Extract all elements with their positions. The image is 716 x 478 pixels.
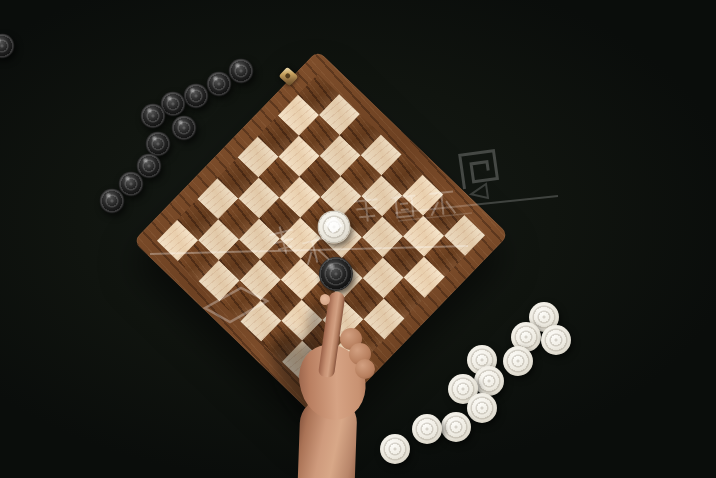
white-checker[interactable]: [474, 366, 504, 396]
fingernail: [320, 294, 330, 305]
black-checker[interactable]: [141, 104, 166, 129]
white-checker[interactable]: [503, 346, 533, 376]
black-checker[interactable]: [0, 34, 15, 59]
white-checker[interactable]: [541, 325, 571, 355]
black-checker[interactable]: [119, 172, 144, 197]
white-checker[interactable]: [318, 211, 351, 244]
black-checker[interactable]: [100, 189, 125, 214]
white-checker[interactable]: [441, 412, 471, 442]
folded-finger: [355, 359, 375, 379]
black-checker[interactable]: [172, 116, 197, 141]
white-checker[interactable]: [467, 393, 497, 423]
black-checker[interactable]: [184, 84, 209, 109]
white-checker[interactable]: [380, 434, 410, 464]
photo-canvas: [0, 0, 716, 478]
black-checker[interactable]: [319, 257, 353, 291]
black-checker[interactable]: [229, 59, 254, 84]
black-checker[interactable]: [207, 72, 232, 97]
white-checker[interactable]: [412, 414, 442, 444]
